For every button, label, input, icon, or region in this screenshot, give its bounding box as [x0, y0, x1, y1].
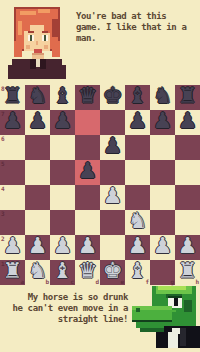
piece-white-pawn[interactable]: ♟	[25, 233, 50, 258]
piece-white-pawn[interactable]: ♟	[150, 233, 175, 258]
piece-black-pawn[interactable]: ♟	[175, 108, 200, 133]
square-e5[interactable]	[100, 160, 125, 185]
piece-white-pawn[interactable]: ♟	[100, 183, 125, 208]
piece-black-knight[interactable]: ♞	[25, 83, 50, 108]
square-a8[interactable]: ♜8	[0, 85, 25, 110]
woman-avatar	[8, 5, 66, 79]
square-g6[interactable]	[150, 135, 175, 160]
square-f4[interactable]	[125, 185, 150, 210]
square-f2[interactable]: ♟	[125, 235, 150, 260]
square-b7[interactable]: ♟	[25, 110, 50, 135]
square-a1[interactable]: ♜1a	[0, 260, 25, 285]
square-f5[interactable]	[125, 160, 150, 185]
file-label-c: c	[70, 278, 74, 285]
speech-line: You're bad at this	[76, 11, 196, 22]
game-screen: You're bad at this game. I like that in …	[0, 0, 200, 352]
square-a4[interactable]: 4	[0, 185, 25, 210]
square-d3[interactable]	[75, 210, 100, 235]
square-h3[interactable]	[175, 210, 200, 235]
square-d1[interactable]: ♛d	[75, 260, 100, 285]
square-c4[interactable]	[50, 185, 75, 210]
square-h4[interactable]	[175, 185, 200, 210]
square-f8[interactable]: ♝	[125, 85, 150, 110]
square-g4[interactable]	[150, 185, 175, 210]
square-b1[interactable]: ♞b	[25, 260, 50, 285]
square-b2[interactable]: ♟	[25, 235, 50, 260]
gecko-avatar	[132, 284, 200, 348]
square-c2[interactable]: ♟	[50, 235, 75, 260]
square-d2[interactable]: ♟	[75, 235, 100, 260]
square-f7[interactable]: ♟	[125, 110, 150, 135]
square-c3[interactable]	[50, 210, 75, 235]
square-h2[interactable]: ♟	[175, 235, 200, 260]
square-c1[interactable]: ♝c	[50, 260, 75, 285]
square-h1[interactable]: ♜h	[175, 260, 200, 285]
rank-label-6: 6	[1, 135, 5, 142]
square-e2[interactable]	[100, 235, 125, 260]
square-h5[interactable]	[175, 160, 200, 185]
piece-white-pawn[interactable]: ♟	[175, 233, 200, 258]
square-b8[interactable]: ♞	[25, 85, 50, 110]
speech-line: he can't even move in a	[2, 303, 128, 314]
square-c5[interactable]	[50, 160, 75, 185]
square-f3[interactable]: ♞	[125, 210, 150, 235]
square-h7[interactable]: ♟	[175, 110, 200, 135]
rank-label-8: 8	[1, 85, 5, 92]
square-b5[interactable]	[25, 160, 50, 185]
file-label-a: a	[20, 278, 24, 285]
square-e1[interactable]: ♚e	[100, 260, 125, 285]
square-d6[interactable]	[75, 135, 100, 160]
file-label-e: e	[120, 278, 124, 285]
square-a3[interactable]: 3	[0, 210, 25, 235]
square-d7[interactable]	[75, 110, 100, 135]
opponent-portrait	[8, 5, 66, 83]
square-g8[interactable]: ♞	[150, 85, 175, 110]
speech-line: straight line!	[2, 314, 128, 325]
square-a7[interactable]: ♟7	[0, 110, 25, 135]
square-g5[interactable]	[150, 160, 175, 185]
square-b3[interactable]	[25, 210, 50, 235]
player-portrait	[132, 284, 200, 352]
rank-label-5: 5	[1, 160, 5, 167]
speech-line: game. I like that in a	[76, 22, 196, 33]
square-f6[interactable]	[125, 135, 150, 160]
square-g2[interactable]: ♟	[150, 235, 175, 260]
chess-board[interactable]: ♜8♞♝♛♚♝♞♜♟7♟♟♟♟♟6♟5♟4♟3♞♟2♟♟♟♟♟♟♜1a♞b♝c♛…	[0, 85, 200, 285]
rank-label-3: 3	[1, 210, 5, 217]
piece-black-pawn[interactable]: ♟	[125, 108, 150, 133]
square-e6[interactable]: ♟	[100, 135, 125, 160]
square-c8[interactable]: ♝	[50, 85, 75, 110]
piece-black-pawn[interactable]: ♟	[25, 108, 50, 133]
square-g3[interactable]	[150, 210, 175, 235]
piece-black-knight[interactable]: ♞	[150, 83, 175, 108]
square-f1[interactable]: ♝f	[125, 260, 150, 285]
speech-line: My horse is so drunk	[2, 292, 128, 303]
square-g7[interactable]: ♟	[150, 110, 175, 135]
square-e8[interactable]: ♚	[100, 85, 125, 110]
rank-label-1: 1	[1, 260, 5, 267]
square-e3[interactable]	[100, 210, 125, 235]
square-d5[interactable]: ♟	[75, 160, 100, 185]
square-d4[interactable]	[75, 185, 100, 210]
piece-black-pawn[interactable]: ♟	[75, 158, 100, 183]
piece-black-pawn[interactable]: ♟	[50, 108, 75, 133]
square-e4[interactable]: ♟	[100, 185, 125, 210]
piece-black-pawn[interactable]: ♟	[150, 108, 175, 133]
file-label-b: b	[45, 278, 49, 285]
piece-white-knight[interactable]: ♞	[125, 208, 150, 233]
speech-line: man.	[76, 33, 196, 44]
square-b6[interactable]	[25, 135, 50, 160]
square-a2[interactable]: ♟2	[0, 235, 25, 260]
rank-label-2: 2	[1, 235, 5, 242]
square-g1[interactable]: g	[150, 260, 175, 285]
rank-label-7: 7	[1, 110, 5, 117]
player-speech-text: My horse is so drunk he can't even move …	[2, 292, 128, 325]
square-c6[interactable]	[50, 135, 75, 160]
square-a5[interactable]: 5	[0, 160, 25, 185]
opponent-speech-text: You're bad at this game. I like that in …	[76, 11, 196, 44]
piece-white-pawn[interactable]: ♟	[125, 233, 150, 258]
piece-black-rook[interactable]: ♜	[175, 83, 200, 108]
square-e7[interactable]	[100, 110, 125, 135]
rank-label-4: 4	[1, 185, 5, 192]
square-c7[interactable]: ♟	[50, 110, 75, 135]
piece-white-pawn[interactable]: ♟	[50, 233, 75, 258]
piece-white-pawn[interactable]: ♟	[75, 233, 100, 258]
square-d8[interactable]: ♛	[75, 85, 100, 110]
square-h6[interactable]	[175, 135, 200, 160]
piece-black-bishop[interactable]: ♝	[125, 83, 150, 108]
piece-black-queen[interactable]: ♛	[75, 83, 100, 108]
file-label-d: d	[95, 278, 99, 285]
square-a6[interactable]: 6	[0, 135, 25, 160]
piece-black-king[interactable]: ♚	[100, 83, 125, 108]
piece-black-pawn[interactable]: ♟	[100, 133, 125, 158]
piece-black-bishop[interactable]: ♝	[50, 83, 75, 108]
square-h8[interactable]: ♜	[175, 85, 200, 110]
square-b4[interactable]	[25, 185, 50, 210]
